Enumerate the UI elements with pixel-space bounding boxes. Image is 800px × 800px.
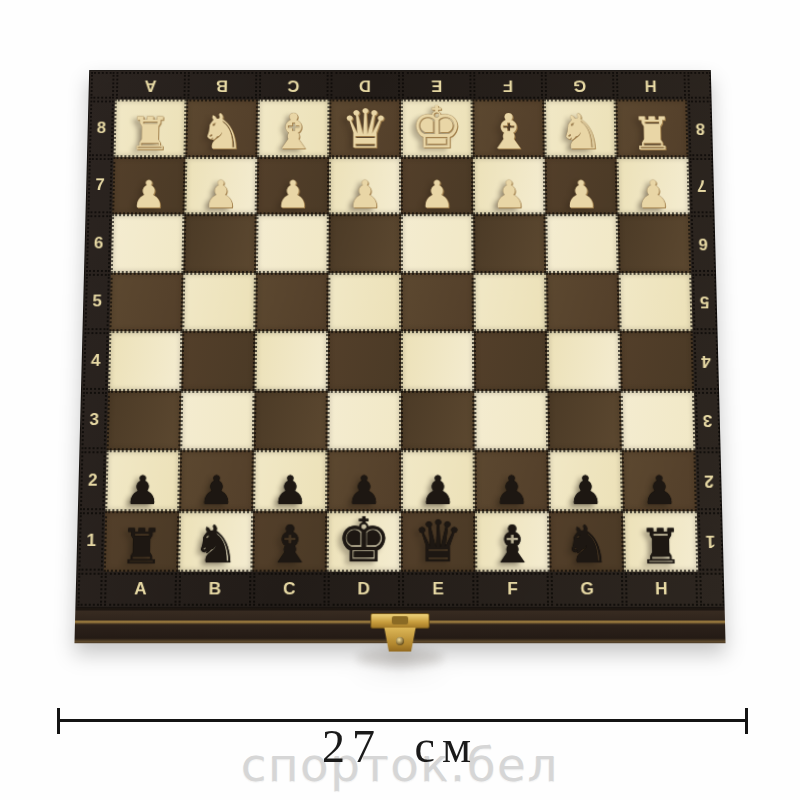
square-d6 <box>328 214 401 272</box>
square-c7: ♟ <box>257 157 330 215</box>
square-a3 <box>107 390 182 450</box>
file-label-c-top: C <box>258 71 330 100</box>
rank-label-3-left: 3 <box>80 390 108 450</box>
file-label-a-bottom: A <box>103 572 178 607</box>
frame-corner <box>76 572 103 607</box>
black-pawn-c2: ♟ <box>272 470 308 510</box>
white-bishop-f8: ♝ <box>486 107 531 156</box>
square-f6 <box>473 214 546 272</box>
square-d1: ♚ <box>327 511 401 572</box>
frame-corner <box>698 572 725 607</box>
square-f8: ♝ <box>473 100 545 157</box>
file-label-b-top: B <box>186 71 258 100</box>
white-pawn-c7: ♟ <box>275 175 310 213</box>
square-e1: ♛ <box>401 511 475 572</box>
white-pawn-f7: ♟ <box>492 175 527 213</box>
square-b2: ♟ <box>179 450 254 510</box>
square-a2: ♟ <box>105 450 180 510</box>
square-h5 <box>619 272 693 331</box>
white-knight-g8: ♞ <box>557 107 603 156</box>
square-e2: ♟ <box>401 450 475 510</box>
black-king-d1: ♚ <box>336 509 391 571</box>
square-a5 <box>109 272 183 331</box>
white-pawn-d7: ♟ <box>348 175 383 213</box>
file-label-g-top: G <box>544 71 616 100</box>
rank-label-8-right: 8 <box>687 100 714 157</box>
square-f2: ♟ <box>475 450 549 510</box>
square-b4 <box>181 331 255 390</box>
square-c8: ♝ <box>257 100 329 157</box>
white-rook-h8: ♜ <box>631 111 673 156</box>
white-bishop-c8: ♝ <box>271 107 316 156</box>
board-grid: ABCDEFGH8♜♞♝♛♚♝♞♜87♟♟♟♟♟♟♟♟7665544332♟♟♟… <box>75 70 724 608</box>
rank-label-1-left: 1 <box>77 511 105 572</box>
square-c2: ♟ <box>253 450 327 510</box>
file-label-b-bottom: B <box>177 572 252 607</box>
white-pawn-a7: ♟ <box>131 175 166 213</box>
square-a7: ♟ <box>112 157 185 215</box>
folded-box-side-edge <box>74 608 725 643</box>
square-a1: ♜ <box>104 511 179 572</box>
rank-label-6-left: 6 <box>85 214 112 272</box>
rank-label-6-right: 6 <box>690 214 717 272</box>
square-h1: ♜ <box>623 511 698 572</box>
rank-label-1-right: 1 <box>697 511 725 572</box>
file-label-g-bottom: G <box>550 572 625 607</box>
square-b1: ♞ <box>178 511 253 572</box>
square-e6 <box>401 214 474 272</box>
square-g1: ♞ <box>549 511 624 572</box>
brass-clasp-tab <box>384 628 417 652</box>
brass-clasp-plate <box>370 613 429 629</box>
black-pawn-h2: ♟ <box>641 470 677 510</box>
file-label-d-bottom: D <box>327 572 402 607</box>
square-e4 <box>401 331 474 390</box>
square-h3 <box>621 390 696 450</box>
white-pawn-h7: ♟ <box>636 175 671 213</box>
rank-label-7-right: 7 <box>688 157 715 215</box>
square-f5 <box>474 272 547 331</box>
frame-corner <box>89 71 115 100</box>
rank-label-5-right: 5 <box>691 272 718 331</box>
square-e7: ♟ <box>401 157 473 215</box>
black-pawn-b2: ♟ <box>198 470 234 510</box>
file-label-c-bottom: C <box>252 572 327 607</box>
white-rook-a8: ♜ <box>129 111 171 156</box>
square-g8: ♞ <box>544 100 617 157</box>
square-d5 <box>328 272 401 331</box>
square-d7: ♟ <box>329 157 401 215</box>
rank-label-4-right: 4 <box>693 331 720 390</box>
white-queen-d8: ♛ <box>340 102 389 156</box>
black-pawn-e2: ♟ <box>420 470 455 510</box>
file-label-a-top: A <box>115 71 187 100</box>
white-pawn-g7: ♟ <box>564 175 599 213</box>
rank-label-8-left: 8 <box>88 100 115 157</box>
file-label-f-bottom: F <box>475 572 550 607</box>
square-g5 <box>546 272 620 331</box>
white-knight-b8: ♞ <box>199 107 245 156</box>
frame-corner <box>686 71 712 100</box>
file-label-h-bottom: H <box>624 572 699 607</box>
square-c3 <box>254 390 328 450</box>
white-pawn-e7: ♟ <box>420 175 455 213</box>
rank-label-3-right: 3 <box>694 390 722 450</box>
square-f7: ♟ <box>473 157 546 215</box>
square-g3 <box>547 390 621 450</box>
file-label-e-bottom: E <box>401 572 476 607</box>
black-knight-g1: ♞ <box>563 518 610 570</box>
square-c5 <box>255 272 328 331</box>
chess-board: ABCDEFGH8♜♞♝♛♚♝♞♜87♟♟♟♟♟♟♟♟7665544332♟♟♟… <box>74 70 725 643</box>
square-d4 <box>328 331 401 390</box>
black-pawn-a2: ♟ <box>125 470 161 510</box>
square-d8: ♛ <box>329 100 401 157</box>
square-f3 <box>474 390 548 450</box>
rank-label-2-left: 2 <box>79 450 107 510</box>
rank-label-4-left: 4 <box>82 331 109 390</box>
square-g2: ♟ <box>548 450 623 510</box>
white-king-e8: ♚ <box>410 98 463 156</box>
black-rook-h1: ♜ <box>639 522 683 570</box>
square-b3 <box>180 390 254 450</box>
square-b6 <box>183 214 256 272</box>
square-g7: ♟ <box>545 157 618 215</box>
square-c1: ♝ <box>252 511 327 572</box>
black-bishop-f1: ♝ <box>489 518 536 570</box>
square-d2: ♟ <box>327 450 401 510</box>
square-h4 <box>620 331 694 390</box>
square-c4 <box>255 331 329 390</box>
square-h2: ♟ <box>622 450 697 510</box>
square-e5 <box>401 272 474 331</box>
clasp-shadow <box>356 649 444 666</box>
square-b7: ♟ <box>184 157 257 215</box>
file-label-h-top: H <box>615 71 687 100</box>
square-h8: ♜ <box>616 100 689 157</box>
square-g4 <box>547 331 621 390</box>
square-a4 <box>108 331 182 390</box>
square-f4 <box>474 331 548 390</box>
square-f1: ♝ <box>475 511 550 572</box>
file-label-f-top: F <box>472 71 544 100</box>
black-pawn-f2: ♟ <box>494 470 530 510</box>
square-c6 <box>256 214 329 272</box>
black-pawn-d2: ♟ <box>346 470 381 510</box>
square-g6 <box>545 214 618 272</box>
square-e3 <box>401 390 475 450</box>
black-queen-e1: ♛ <box>413 513 464 570</box>
square-h6 <box>618 214 692 272</box>
square-e8: ♚ <box>401 100 473 157</box>
square-b5 <box>182 272 256 331</box>
square-a8: ♜ <box>114 100 187 157</box>
rank-label-2-right: 2 <box>695 450 723 510</box>
square-h7: ♟ <box>617 157 690 215</box>
rank-label-5-left: 5 <box>83 272 110 331</box>
square-d3 <box>327 390 401 450</box>
black-knight-b1: ♞ <box>192 518 239 570</box>
square-a6 <box>111 214 185 272</box>
square-b8: ♞ <box>185 100 258 157</box>
rank-label-7-left: 7 <box>86 157 113 215</box>
black-bishop-c1: ♝ <box>266 518 313 570</box>
black-pawn-g2: ♟ <box>568 470 604 510</box>
file-label-d-top: D <box>329 71 401 100</box>
white-pawn-b7: ♟ <box>203 175 238 213</box>
dimension-label: 27 см <box>0 724 800 770</box>
black-rook-a1: ♜ <box>120 522 164 570</box>
file-label-e-top: E <box>401 71 473 100</box>
